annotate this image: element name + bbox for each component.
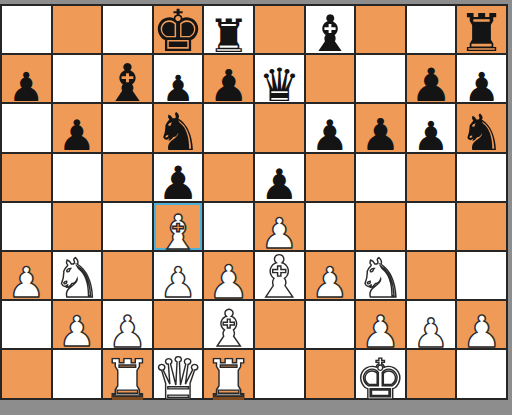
square-a6[interactable]: [2, 104, 51, 151]
square-c4[interactable]: [103, 203, 152, 250]
square-j8[interactable]: ♜: [457, 6, 506, 53]
square-g1[interactable]: [306, 350, 355, 397]
square-d1[interactable]: ♛: [154, 350, 203, 397]
square-i4[interactable]: [407, 203, 456, 250]
square-g6[interactable]: ♟: [306, 104, 355, 151]
square-a2[interactable]: [2, 301, 51, 348]
piece-black-pawn[interactable]: ♟: [410, 62, 451, 108]
square-h5[interactable]: [356, 154, 405, 201]
square-d3[interactable]: ♟: [154, 252, 203, 299]
square-j2[interactable]: ♟: [457, 301, 506, 348]
square-i1[interactable]: [407, 350, 456, 397]
square-a5[interactable]: [2, 154, 51, 201]
square-i7[interactable]: ♟: [407, 55, 456, 102]
square-a4[interactable]: [2, 203, 51, 250]
square-b5[interactable]: [53, 154, 102, 201]
square-g5[interactable]: [306, 154, 355, 201]
square-j4[interactable]: [457, 203, 506, 250]
square-e8[interactable]: ♜: [204, 6, 253, 53]
piece-black-knight[interactable]: ♞: [459, 108, 504, 158]
piece-black-knight[interactable]: ♞: [155, 106, 202, 158]
square-c7[interactable]: ♝: [103, 55, 152, 102]
square-c2[interactable]: ♟: [103, 301, 152, 348]
piece-white-pawn[interactable]: ♟: [208, 259, 249, 305]
piece-black-pawn[interactable]: ♟: [361, 113, 400, 157]
piece-white-pawn[interactable]: ♟: [462, 310, 501, 354]
square-i3[interactable]: [407, 252, 456, 299]
piece-white-queen[interactable]: ♛: [152, 350, 204, 408]
square-b3[interactable]: ♞: [53, 252, 102, 299]
piece-black-bishop[interactable]: ♝: [104, 57, 151, 109]
piece-black-rook[interactable]: ♜: [458, 7, 505, 59]
piece-black-pawn[interactable]: ♟: [311, 115, 349, 157]
square-a3[interactable]: ♟: [2, 252, 51, 299]
piece-black-pawn[interactable]: ♟: [413, 116, 449, 156]
square-b2[interactable]: ♟: [53, 301, 102, 348]
square-g3[interactable]: ♟: [306, 252, 355, 299]
square-e3[interactable]: ♟: [204, 252, 253, 299]
square-b6[interactable]: ♟: [53, 104, 102, 151]
piece-white-king[interactable]: ♚: [355, 352, 405, 408]
square-a8[interactable]: [2, 6, 51, 53]
square-i5[interactable]: [407, 154, 456, 201]
piece-black-pawn[interactable]: ♟: [157, 160, 198, 206]
piece-black-pawn[interactable]: ♟: [260, 164, 298, 206]
piece-black-queen[interactable]: ♛: [259, 62, 300, 108]
chess-board: ♚♜♝♜♟♝♟♟♛♟♟♟♞♟♟♟♞♟♟♝♟♟♞♟♟♝♟♞♟♟♝♟♟♟♜♛♜♚: [0, 4, 508, 400]
piece-white-pawn[interactable]: ♟: [413, 313, 449, 353]
square-e1[interactable]: ♜: [204, 350, 253, 397]
square-h3[interactable]: ♞: [356, 252, 405, 299]
square-d5[interactable]: ♟: [154, 154, 203, 201]
square-j3[interactable]: [457, 252, 506, 299]
square-b1[interactable]: [53, 350, 102, 397]
square-j1[interactable]: [457, 350, 506, 397]
piece-white-pawn[interactable]: ♟: [159, 262, 197, 304]
square-e5[interactable]: [204, 154, 253, 201]
piece-black-pawn[interactable]: ♟: [8, 67, 44, 107]
square-h1[interactable]: ♚: [356, 350, 405, 397]
piece-white-pawn[interactable]: ♟: [58, 311, 96, 353]
square-e7[interactable]: ♟: [204, 55, 253, 102]
piece-white-pawn[interactable]: ♟: [311, 262, 349, 304]
square-j6[interactable]: ♞: [457, 104, 506, 151]
square-d8[interactable]: ♚: [154, 6, 203, 53]
square-d6[interactable]: ♞: [154, 104, 203, 151]
square-h6[interactable]: ♟: [356, 104, 405, 151]
piece-white-bishop[interactable]: ♝: [206, 304, 251, 354]
square-e6[interactable]: [204, 104, 253, 151]
square-g8[interactable]: ♝: [306, 6, 355, 53]
screenshot-root: ♚♜♝♜♟♝♟♟♛♟♟♟♞♟♟♟♞♟♟♝♟♟♞♟♟♝♟♞♟♟♝♟♟♟♜♛♜♚: [0, 0, 512, 415]
square-h7[interactable]: [356, 55, 405, 102]
piece-base-shadow: [213, 397, 244, 400]
square-c3[interactable]: [103, 252, 152, 299]
square-d4[interactable]: ♝: [154, 203, 203, 250]
square-g2[interactable]: [306, 301, 355, 348]
square-b8[interactable]: [53, 6, 102, 53]
square-e4[interactable]: [204, 203, 253, 250]
square-f5[interactable]: ♟: [255, 154, 304, 201]
square-h8[interactable]: [356, 6, 405, 53]
piece-base-shadow: [112, 397, 143, 400]
piece-black-pawn[interactable]: ♟: [58, 115, 96, 157]
square-c8[interactable]: [103, 6, 152, 53]
piece-white-pawn[interactable]: ♟: [7, 262, 45, 304]
piece-black-king[interactable]: ♚: [152, 2, 204, 60]
square-g4[interactable]: [306, 203, 355, 250]
piece-black-pawn[interactable]: ♟: [464, 67, 500, 107]
square-c5[interactable]: [103, 154, 152, 201]
square-f1[interactable]: [255, 350, 304, 397]
square-d2[interactable]: [154, 301, 203, 348]
piece-black-pawn[interactable]: ♟: [209, 64, 248, 108]
square-c1[interactable]: ♜: [103, 350, 152, 397]
square-h4[interactable]: [356, 203, 405, 250]
square-a7[interactable]: ♟: [2, 55, 51, 102]
square-e2[interactable]: ♝: [204, 301, 253, 348]
square-i8[interactable]: [407, 6, 456, 53]
square-f7[interactable]: ♛: [255, 55, 304, 102]
square-i2[interactable]: ♟: [407, 301, 456, 348]
square-b4[interactable]: [53, 203, 102, 250]
square-f8[interactable]: [255, 6, 304, 53]
piece-white-bishop[interactable]: ♝: [157, 208, 200, 256]
piece-black-rook[interactable]: ♜: [208, 13, 249, 59]
piece-white-bishop[interactable]: ♝: [253, 248, 305, 306]
piece-white-pawn[interactable]: ♟: [108, 310, 147, 354]
square-f3[interactable]: ♝: [255, 252, 304, 299]
piece-black-bishop[interactable]: ♝: [307, 9, 352, 59]
piece-white-knight[interactable]: ♞: [53, 252, 101, 306]
square-h2[interactable]: ♟: [356, 301, 405, 348]
square-a1[interactable]: [2, 350, 51, 397]
piece-white-knight[interactable]: ♞: [356, 252, 404, 306]
square-b7[interactable]: [53, 55, 102, 102]
